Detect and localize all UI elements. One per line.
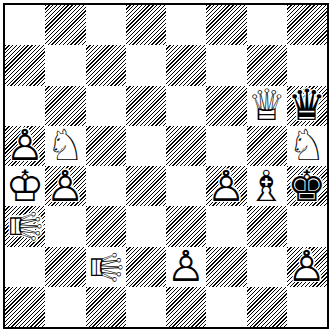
square-a7[interactable]	[5, 45, 45, 85]
square-b6[interactable]	[45, 86, 85, 126]
square-a3[interactable]: ♛♕	[5, 206, 45, 246]
piece-glyph: ♙	[287, 247, 327, 287]
piece-glyph: ♕	[86, 247, 126, 287]
square-d8[interactable]	[126, 5, 166, 45]
piece-glyph: ♗	[247, 166, 287, 206]
white-king-a4[interactable]: ♚♔	[5, 166, 45, 206]
square-e6[interactable]	[166, 86, 206, 126]
square-a4[interactable]: ♚♔	[5, 166, 45, 206]
square-c4[interactable]	[86, 166, 126, 206]
black-king-h4[interactable]: ♚♚	[287, 166, 327, 206]
white-knight-b5[interactable]: ♞♘	[45, 126, 85, 166]
square-g6[interactable]: ♛♕	[247, 86, 287, 126]
square-c6[interactable]	[86, 86, 126, 126]
square-f4[interactable]: ♟♙	[206, 166, 246, 206]
square-h6[interactable]: ♛♛	[287, 86, 327, 126]
piece-glyph: ♘	[287, 126, 327, 166]
square-h3[interactable]	[287, 206, 327, 246]
square-f7[interactable]	[206, 45, 246, 85]
white-knight-h5[interactable]: ♞♘	[287, 126, 327, 166]
square-b7[interactable]	[45, 45, 85, 85]
square-f6[interactable]	[206, 86, 246, 126]
square-g1[interactable]	[247, 287, 287, 327]
square-c5[interactable]	[86, 126, 126, 166]
square-e5[interactable]	[166, 126, 206, 166]
square-e8[interactable]	[166, 5, 206, 45]
square-f3[interactable]	[206, 206, 246, 246]
white-bishop-g4[interactable]: ♝♗	[247, 166, 287, 206]
square-b3[interactable]	[45, 206, 85, 246]
piece-glyph: ♘	[45, 126, 85, 166]
square-h8[interactable]	[287, 5, 327, 45]
white-queen-g6[interactable]: ♛♕	[247, 86, 287, 126]
piece-glyph: ♙	[45, 166, 85, 206]
square-c7[interactable]	[86, 45, 126, 85]
square-d5[interactable]	[126, 126, 166, 166]
piece-glyph: ♕	[5, 206, 45, 246]
square-f5[interactable]	[206, 126, 246, 166]
board-frame: ♛♕♛♛♟♙♞♘♞♘♚♔♟♙♟♙♝♗♚♚♛♕♛♕♟♙♟♙	[3, 3, 329, 329]
square-g8[interactable]	[247, 5, 287, 45]
white-queen-rotated-a3[interactable]: ♛♕	[5, 206, 45, 246]
white-pawn-f4[interactable]: ♟♙	[206, 166, 246, 206]
square-e3[interactable]	[166, 206, 206, 246]
piece-glyph: ♛	[287, 86, 327, 126]
square-c1[interactable]	[86, 287, 126, 327]
white-pawn-a5[interactable]: ♟♙	[5, 126, 45, 166]
white-pawn-b4[interactable]: ♟♙	[45, 166, 85, 206]
square-a2[interactable]	[5, 247, 45, 287]
square-f1[interactable]	[206, 287, 246, 327]
square-b1[interactable]	[45, 287, 85, 327]
square-b4[interactable]: ♟♙	[45, 166, 85, 206]
square-f8[interactable]	[206, 5, 246, 45]
square-d6[interactable]	[126, 86, 166, 126]
square-b2[interactable]	[45, 247, 85, 287]
black-queen-h6[interactable]: ♛♛	[287, 86, 327, 126]
square-h4[interactable]: ♚♚	[287, 166, 327, 206]
square-h5[interactable]: ♞♘	[287, 126, 327, 166]
white-queen-rotated-c2[interactable]: ♛♕	[86, 247, 126, 287]
square-b8[interactable]	[45, 5, 85, 45]
square-a5[interactable]: ♟♙	[5, 126, 45, 166]
square-g2[interactable]	[247, 247, 287, 287]
piece-glyph: ♚	[287, 166, 327, 206]
piece-glyph: ♙	[5, 126, 45, 166]
square-g4[interactable]: ♝♗	[247, 166, 287, 206]
square-e2[interactable]: ♟♙	[166, 247, 206, 287]
square-h2[interactable]: ♟♙	[287, 247, 327, 287]
square-e1[interactable]	[166, 287, 206, 327]
square-h1[interactable]	[287, 287, 327, 327]
chessboard: ♛♕♛♛♟♙♞♘♞♘♚♔♟♙♟♙♝♗♚♚♛♕♛♕♟♙♟♙	[5, 5, 327, 327]
square-a8[interactable]	[5, 5, 45, 45]
square-d4[interactable]	[126, 166, 166, 206]
square-c3[interactable]	[86, 206, 126, 246]
square-c2[interactable]: ♛♕	[86, 247, 126, 287]
square-e4[interactable]	[166, 166, 206, 206]
square-h7[interactable]	[287, 45, 327, 85]
chess-diagram: ♛♕♛♛♟♙♞♘♞♘♚♔♟♙♟♙♝♗♚♚♛♕♛♕♟♙♟♙	[0, 0, 332, 332]
square-a6[interactable]	[5, 86, 45, 126]
piece-glyph: ♔	[5, 166, 45, 206]
piece-glyph: ♙	[166, 247, 206, 287]
white-pawn-e2[interactable]: ♟♙	[166, 247, 206, 287]
piece-glyph: ♕	[247, 86, 287, 126]
square-d3[interactable]	[126, 206, 166, 246]
square-d1[interactable]	[126, 287, 166, 327]
piece-glyph: ♙	[206, 166, 246, 206]
square-b5[interactable]: ♞♘	[45, 126, 85, 166]
square-f2[interactable]	[206, 247, 246, 287]
square-g5[interactable]	[247, 126, 287, 166]
square-e7[interactable]	[166, 45, 206, 85]
square-d7[interactable]	[126, 45, 166, 85]
square-g7[interactable]	[247, 45, 287, 85]
square-g3[interactable]	[247, 206, 287, 246]
square-a1[interactable]	[5, 287, 45, 327]
white-pawn-h2[interactable]: ♟♙	[287, 247, 327, 287]
square-c8[interactable]	[86, 5, 126, 45]
square-d2[interactable]	[126, 247, 166, 287]
